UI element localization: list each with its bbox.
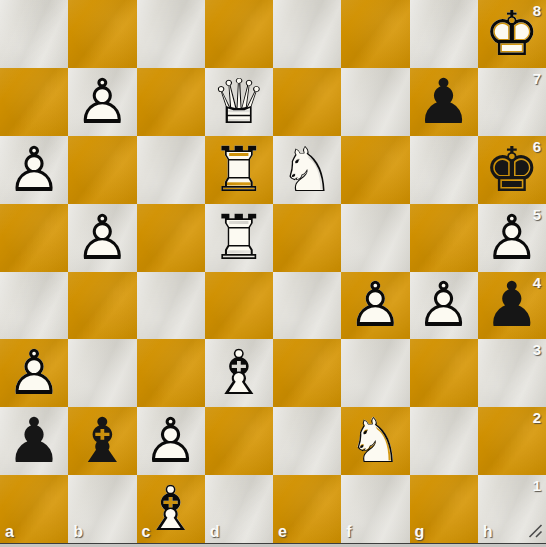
square-a7[interactable] — [0, 68, 68, 136]
white-queen-glyph-outline: ♕ — [205, 68, 273, 136]
square-e3[interactable] — [273, 339, 341, 407]
resize-grip-icon[interactable] — [528, 524, 543, 538]
white-bishop-glyph-outline: ♗ — [205, 339, 273, 407]
square-d6[interactable]: ♜♖ — [205, 136, 273, 204]
square-e4[interactable] — [273, 272, 341, 340]
square-c5[interactable] — [137, 204, 205, 272]
square-c3[interactable] — [137, 339, 205, 407]
rank-label-3: 3 — [533, 341, 541, 358]
chess-board: ♚♔8♟♙♛♕♟7♟♙♜♖♞♘♚6♟♙♜♖♟♙5♟♙♟♙♟4♟♙♝♗3♟♝♟♙♞… — [0, 0, 546, 543]
white-pawn-glyph-outline: ♙ — [68, 204, 136, 272]
square-g1[interactable]: g — [410, 475, 478, 543]
rank-label-4: 4 — [533, 274, 541, 291]
square-b1[interactable]: b — [68, 475, 136, 543]
square-d3[interactable]: ♝♗ — [205, 339, 273, 407]
white-rook: ♜♖ — [205, 204, 273, 272]
square-h8[interactable]: ♚♔8 — [478, 0, 546, 68]
square-f3[interactable] — [341, 339, 409, 407]
black-bishop: ♝ — [68, 407, 136, 475]
square-g5[interactable] — [410, 204, 478, 272]
square-h6[interactable]: ♚6 — [478, 136, 546, 204]
square-c4[interactable] — [137, 272, 205, 340]
white-pawn: ♟♙ — [137, 407, 205, 475]
white-pawn-glyph-outline: ♙ — [137, 407, 205, 475]
black-pawn: ♟ — [410, 68, 478, 136]
white-pawn-glyph-outline: ♙ — [68, 68, 136, 136]
square-f5[interactable] — [341, 204, 409, 272]
rank-label-8: 8 — [533, 2, 541, 19]
white-pawn: ♟♙ — [68, 204, 136, 272]
square-h4[interactable]: ♟4 — [478, 272, 546, 340]
square-b6[interactable] — [68, 136, 136, 204]
chess-app-window: ♚♔8♟♙♛♕♟7♟♙♜♖♞♘♚6♟♙♜♖♟♙5♟♙♟♙♟4♟♙♝♗3♟♝♟♙♞… — [0, 0, 546, 547]
square-h3[interactable]: 3 — [478, 339, 546, 407]
file-label-g: g — [415, 523, 425, 541]
file-label-d: d — [210, 523, 220, 541]
square-c6[interactable] — [137, 136, 205, 204]
square-h7[interactable]: 7 — [478, 68, 546, 136]
rank-label-6: 6 — [533, 138, 541, 155]
rank-label-7: 7 — [533, 70, 541, 87]
square-f6[interactable] — [341, 136, 409, 204]
square-e6[interactable]: ♞♘ — [273, 136, 341, 204]
square-b3[interactable] — [68, 339, 136, 407]
square-d7[interactable]: ♛♕ — [205, 68, 273, 136]
square-e5[interactable] — [273, 204, 341, 272]
white-bishop: ♝♗ — [205, 339, 273, 407]
white-pawn: ♟♙ — [410, 272, 478, 340]
white-knight-glyph-outline: ♘ — [273, 136, 341, 204]
square-g6[interactable] — [410, 136, 478, 204]
square-c1[interactable]: ♝♗c — [137, 475, 205, 543]
square-b5[interactable]: ♟♙ — [68, 204, 136, 272]
white-pawn-glyph-outline: ♙ — [410, 272, 478, 340]
square-f2[interactable]: ♞♘ — [341, 407, 409, 475]
square-a6[interactable]: ♟♙ — [0, 136, 68, 204]
white-pawn-glyph-outline: ♙ — [0, 339, 68, 407]
white-pawn: ♟♙ — [341, 272, 409, 340]
rank-label-5: 5 — [533, 206, 541, 223]
file-label-f: f — [346, 523, 351, 541]
square-d1[interactable]: d — [205, 475, 273, 543]
square-a8[interactable] — [0, 0, 68, 68]
white-queen: ♛♕ — [205, 68, 273, 136]
rank-label-2: 2 — [533, 409, 541, 426]
square-a3[interactable]: ♟♙ — [0, 339, 68, 407]
white-rook-glyph-outline: ♖ — [205, 136, 273, 204]
window-edge — [0, 543, 546, 547]
white-rook-glyph-outline: ♖ — [205, 204, 273, 272]
square-d2[interactable] — [205, 407, 273, 475]
square-d8[interactable] — [205, 0, 273, 68]
square-g2[interactable] — [410, 407, 478, 475]
white-knight: ♞♘ — [341, 407, 409, 475]
square-g3[interactable] — [410, 339, 478, 407]
file-label-c: c — [142, 523, 151, 541]
square-f4[interactable]: ♟♙ — [341, 272, 409, 340]
white-pawn: ♟♙ — [0, 339, 68, 407]
square-f1[interactable]: f — [341, 475, 409, 543]
square-f8[interactable] — [341, 0, 409, 68]
white-pawn: ♟♙ — [0, 136, 68, 204]
square-c7[interactable] — [137, 68, 205, 136]
square-f7[interactable] — [341, 68, 409, 136]
square-a4[interactable] — [0, 272, 68, 340]
square-c8[interactable] — [137, 0, 205, 68]
file-label-b: b — [73, 523, 83, 541]
white-pawn-glyph-outline: ♙ — [0, 136, 68, 204]
square-b4[interactable] — [68, 272, 136, 340]
black-pawn: ♟ — [0, 407, 68, 475]
square-a2[interactable]: ♟ — [0, 407, 68, 475]
square-a5[interactable] — [0, 204, 68, 272]
square-d5[interactable]: ♜♖ — [205, 204, 273, 272]
square-e2[interactable] — [273, 407, 341, 475]
white-knight: ♞♘ — [273, 136, 341, 204]
square-c2[interactable]: ♟♙ — [137, 407, 205, 475]
white-rook: ♜♖ — [205, 136, 273, 204]
square-e7[interactable] — [273, 68, 341, 136]
square-g4[interactable]: ♟♙ — [410, 272, 478, 340]
white-knight-glyph-outline: ♘ — [341, 407, 409, 475]
square-h2[interactable]: 2 — [478, 407, 546, 475]
square-b7[interactable]: ♟♙ — [68, 68, 136, 136]
square-h5[interactable]: ♟♙5 — [478, 204, 546, 272]
square-a1[interactable]: a — [0, 475, 68, 543]
file-label-a: a — [5, 523, 14, 541]
square-e8[interactable] — [273, 0, 341, 68]
square-b2[interactable]: ♝ — [68, 407, 136, 475]
white-pawn: ♟♙ — [68, 68, 136, 136]
file-label-e: e — [278, 523, 287, 541]
square-d4[interactable] — [205, 272, 273, 340]
square-e1[interactable]: e — [273, 475, 341, 543]
white-pawn-glyph-outline: ♙ — [341, 272, 409, 340]
black-bishop-glyph: ♝ — [68, 407, 136, 475]
square-g7[interactable]: ♟ — [410, 68, 478, 136]
black-pawn-glyph: ♟ — [410, 68, 478, 136]
square-b8[interactable] — [68, 0, 136, 68]
square-g8[interactable] — [410, 0, 478, 68]
rank-label-1: 1 — [533, 477, 541, 494]
black-pawn-glyph: ♟ — [0, 407, 68, 475]
file-label-h: h — [483, 523, 493, 541]
